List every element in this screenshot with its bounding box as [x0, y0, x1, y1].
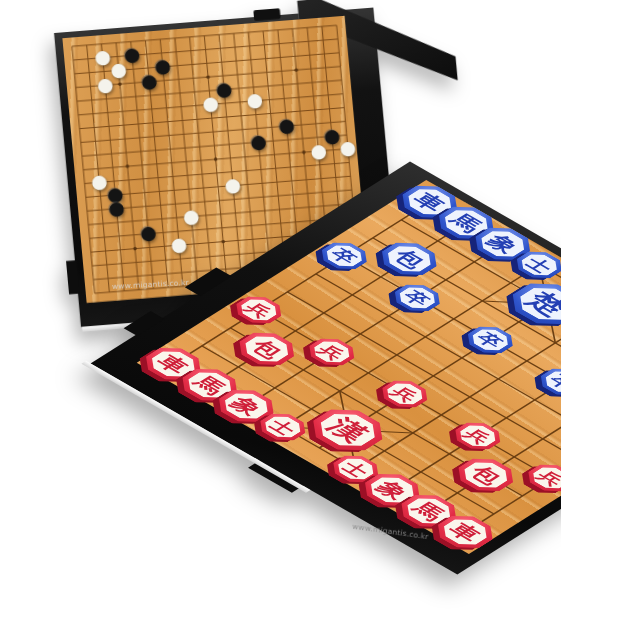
janggi-board: M myungin 車馬象士士象馬車楚包包卒卒卒卒卒兵兵兵兵兵包包漢車馬象士士象…	[137, 180, 561, 554]
janggi-board-frame: M myungin 車馬象士士象馬車楚包包卒卒卒卒卒兵兵兵兵兵包包漢車馬象士士象…	[91, 162, 562, 575]
product-photo: ●●●●●●●●●●●●●●●●●●●●● M myungin 車馬象士士象馬車…	[0, 0, 640, 640]
janggi-frame-notch	[185, 267, 232, 296]
photo-crop: M myungin 車馬象士士象馬車楚包包卒卒卒卒卒兵兵兵兵兵包包漢車馬象士士象…	[0, 0, 561, 640]
janggi-frame-notch	[124, 311, 165, 336]
